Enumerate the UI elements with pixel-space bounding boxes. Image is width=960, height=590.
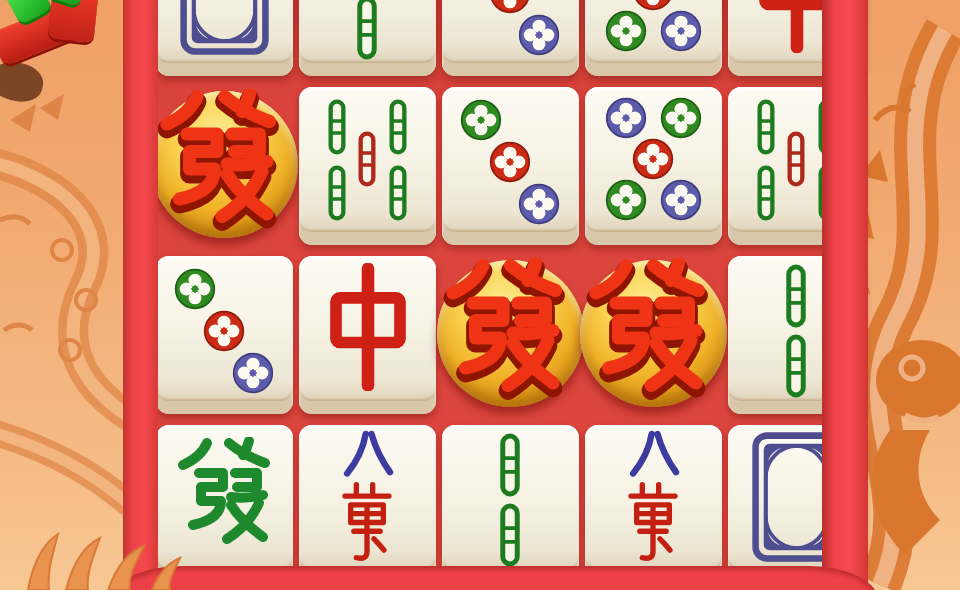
mahjong-tile[interactable]: 中 bbox=[299, 256, 436, 414]
cell-r1c4-dot-5[interactable] bbox=[585, 0, 722, 76]
bamboo-stick-icon bbox=[355, 0, 379, 60]
dot-circle-icon bbox=[632, 138, 674, 180]
mahjong-tile[interactable] bbox=[442, 425, 579, 583]
logo-red-piece bbox=[48, 0, 99, 43]
cell-r1c3-dot-3[interactable] bbox=[442, 0, 579, 76]
bamboo-stick-icon bbox=[755, 99, 777, 155]
bamboo-stick-icon bbox=[784, 264, 808, 328]
game-screen: 中發中發發發八萬八萬 bbox=[0, 0, 960, 590]
tile-face bbox=[442, 425, 579, 569]
wan-character-icon bbox=[618, 481, 688, 569]
tile-face bbox=[442, 0, 579, 62]
dot-circle-icon bbox=[489, 0, 531, 14]
cell-r4c1-green-dragon[interactable]: 發 bbox=[156, 425, 293, 583]
logo-ornament bbox=[0, 0, 139, 127]
cell-r1c2-bamboo-2[interactable] bbox=[299, 0, 436, 76]
ba-character-icon bbox=[328, 427, 408, 485]
board-frame-bottom bbox=[112, 566, 878, 590]
dot-circle-icon bbox=[518, 14, 560, 56]
cell-r4c4-wan-8[interactable]: 八萬 bbox=[585, 425, 722, 583]
tile-face bbox=[585, 0, 722, 62]
bamboo-stick-icon bbox=[784, 334, 808, 398]
tile-face: 八萬 bbox=[299, 425, 436, 569]
mahjong-tile[interactable] bbox=[156, 0, 293, 76]
tile-face bbox=[156, 256, 293, 400]
cell-r3c2-red-dragon[interactable]: 中 bbox=[299, 256, 436, 414]
board-frame-right bbox=[822, 0, 868, 590]
tile-face bbox=[299, 87, 436, 231]
fa-character-icon bbox=[143, 89, 296, 239]
dot-circle-icon bbox=[203, 310, 245, 352]
zhong-character-icon bbox=[318, 263, 418, 391]
tile-face: 中 bbox=[299, 256, 436, 400]
wild-gold-coin[interactable]: 發 bbox=[580, 260, 727, 407]
cell-r1c1-white-dragon[interactable] bbox=[156, 0, 293, 76]
dot-circle-icon bbox=[460, 99, 502, 141]
logo-shadow-piece bbox=[0, 58, 46, 106]
bamboo-stick-icon bbox=[326, 99, 348, 155]
wild-gold-coin[interactable]: 發 bbox=[151, 91, 298, 238]
bamboo-stick-icon bbox=[785, 131, 807, 187]
mahjong-tile[interactable] bbox=[442, 87, 579, 245]
bamboo-stick-icon bbox=[498, 503, 522, 567]
mahjong-tile[interactable]: 八萬 bbox=[299, 425, 436, 583]
mahjong-tile[interactable]: 發 bbox=[156, 425, 293, 583]
tile-face: 八萬 bbox=[585, 425, 722, 569]
mahjong-tile[interactable] bbox=[585, 0, 722, 76]
tile-face bbox=[442, 87, 579, 231]
fa-character-icon bbox=[429, 258, 582, 408]
dot-circle-icon bbox=[660, 179, 702, 221]
tile-face: 發 bbox=[156, 425, 293, 569]
dot-circle-icon bbox=[605, 10, 647, 52]
tile-face bbox=[299, 0, 436, 62]
cell-r3c3-wild-fa[interactable]: 發 bbox=[442, 256, 579, 414]
dot-circle-icon bbox=[660, 97, 702, 139]
dot-circle-icon bbox=[605, 179, 647, 221]
fa-character-icon bbox=[169, 437, 281, 557]
cell-r2c1-wild-fa[interactable]: 發 bbox=[156, 87, 293, 245]
white-dragon-frame-icon bbox=[178, 0, 271, 56]
fa-character-icon bbox=[572, 258, 725, 408]
ba-character-icon bbox=[614, 427, 694, 485]
bamboo-stick-icon bbox=[498, 433, 522, 497]
mahjong-tile[interactable]: 八萬 bbox=[585, 425, 722, 583]
dot-circle-icon bbox=[232, 352, 274, 394]
dot-circle-icon bbox=[489, 141, 531, 183]
bamboo-stick-icon bbox=[356, 131, 378, 187]
mahjong-tile[interactable] bbox=[585, 87, 722, 245]
cell-r4c3-bamboo-2[interactable] bbox=[442, 425, 579, 583]
bamboo-stick-icon bbox=[326, 165, 348, 221]
mahjong-tile[interactable] bbox=[442, 0, 579, 76]
dot-circle-icon bbox=[518, 183, 560, 225]
bamboo-stick-icon bbox=[387, 99, 409, 155]
cell-r2c2-bamboo-5[interactable] bbox=[299, 87, 436, 245]
mahjong-tile[interactable] bbox=[156, 256, 293, 414]
wild-gold-coin[interactable]: 發 bbox=[437, 260, 584, 407]
cell-r2c3-dot-3[interactable] bbox=[442, 87, 579, 245]
tile-face bbox=[585, 87, 722, 231]
bamboo-stick-icon bbox=[387, 165, 409, 221]
mahjong-tile[interactable] bbox=[299, 0, 436, 76]
dot-circle-icon bbox=[605, 97, 647, 139]
dot-circle-icon bbox=[660, 10, 702, 52]
cell-r4c2-wan-8[interactable]: 八萬 bbox=[299, 425, 436, 583]
dot-circle-icon bbox=[174, 268, 216, 310]
cell-r3c1-dot-3[interactable] bbox=[156, 256, 293, 414]
cell-r2c4-dot-5[interactable] bbox=[585, 87, 722, 245]
mahjong-tile[interactable] bbox=[299, 87, 436, 245]
bamboo-stick-icon bbox=[755, 165, 777, 221]
cell-r3c4-wild-fa[interactable]: 發 bbox=[585, 256, 722, 414]
wan-character-icon bbox=[332, 481, 402, 569]
tile-face bbox=[156, 0, 293, 62]
